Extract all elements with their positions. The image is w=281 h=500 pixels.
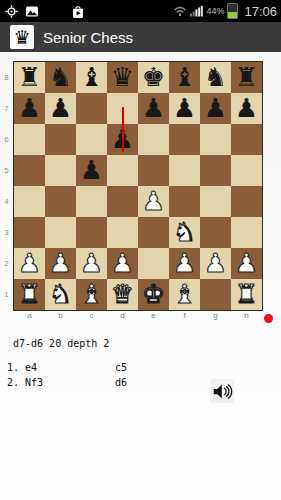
square-h5[interactable] (231, 155, 262, 186)
square-f7[interactable]: ♟ (169, 93, 200, 124)
square-c1[interactable]: ♝ (76, 279, 107, 310)
piece-black-pawn: ♟ (49, 93, 72, 124)
white-move: e4 (25, 362, 37, 373)
piece-white-pawn: ♟ (173, 248, 196, 279)
rank-label-4: 4 (0, 186, 13, 217)
square-a6[interactable] (14, 124, 45, 155)
square-d8[interactable]: ♛ (107, 62, 138, 93)
status-clock: 17:06 (244, 4, 277, 19)
square-d3[interactable] (107, 217, 138, 248)
white-move: Nf3 (25, 377, 43, 388)
file-label-g: g (200, 311, 231, 320)
file-label-f: f (169, 311, 200, 320)
status-bar: 44% 17:06 (0, 0, 281, 22)
square-e5[interactable] (138, 155, 169, 186)
piece-black-bishop: ♝ (80, 62, 103, 93)
square-b1[interactable]: ♞ (45, 279, 76, 310)
square-h2[interactable]: ♟ (231, 248, 262, 279)
file-label-a: a (14, 311, 45, 320)
piece-black-pawn: ♟ (80, 155, 103, 186)
engine-info-line: d7-d6 20 depth 2 (13, 338, 109, 349)
play-store-icon (72, 5, 84, 18)
file-label-e: e (138, 311, 169, 320)
app-bar: ♛ Senior Chess (0, 22, 281, 52)
rank-label-6: 6 (0, 124, 13, 155)
square-f2[interactable]: ♟ (169, 248, 200, 279)
piece-black-pawn: ♟ (235, 93, 258, 124)
square-e8[interactable]: ♚ (138, 62, 169, 93)
file-label-c: c (76, 311, 107, 320)
square-f8[interactable]: ♝ (169, 62, 200, 93)
square-h8[interactable]: ♜ (231, 62, 262, 93)
square-d4[interactable] (107, 186, 138, 217)
square-c6[interactable] (76, 124, 107, 155)
piece-white-rook: ♜ (235, 279, 258, 310)
piece-black-pawn: ♟ (142, 93, 165, 124)
file-labels: abcdefgh (14, 311, 262, 320)
square-a1[interactable]: ♜ (14, 279, 45, 310)
square-b3[interactable] (45, 217, 76, 248)
piece-white-bishop: ♝ (80, 279, 103, 310)
piece-black-queen: ♛ (111, 62, 134, 93)
rank-label-3: 3 (0, 217, 13, 248)
piece-black-king: ♚ (142, 62, 165, 93)
piece-black-knight: ♞ (204, 62, 227, 93)
square-h4[interactable] (231, 186, 262, 217)
piece-black-pawn: ♟ (173, 93, 196, 124)
square-f4[interactable] (169, 186, 200, 217)
square-d1[interactable]: ♛ (107, 279, 138, 310)
piece-black-pawn: ♟ (18, 93, 41, 124)
square-h6[interactable] (231, 124, 262, 155)
file-label-d: d (107, 311, 138, 320)
battery-percent: 44% (206, 6, 224, 16)
piece-white-pawn: ♟ (80, 248, 103, 279)
square-a4[interactable] (14, 186, 45, 217)
square-a2[interactable]: ♟ (14, 248, 45, 279)
square-g7[interactable]: ♟ (200, 93, 231, 124)
square-d2[interactable]: ♟ (107, 248, 138, 279)
black-move: c5 (115, 362, 127, 373)
square-b2[interactable]: ♟ (45, 248, 76, 279)
square-g3[interactable] (200, 217, 231, 248)
piece-white-knight: ♞ (173, 217, 196, 248)
wifi-icon (173, 5, 187, 17)
square-g6[interactable] (200, 124, 231, 155)
square-f6[interactable] (169, 124, 200, 155)
square-h7[interactable]: ♟ (231, 93, 262, 124)
piece-white-queen: ♛ (111, 279, 134, 310)
gallery-icon (25, 6, 39, 17)
piece-white-pawn: ♟ (142, 186, 165, 217)
phone-screen: 44% 17:06 ♛ Senior Chess 87654321 ♜♞♝♛♚♝… (0, 0, 281, 500)
square-f3[interactable]: ♞ (169, 217, 200, 248)
piece-black-pawn: ♟ (204, 93, 227, 124)
file-label-h: h (231, 311, 262, 320)
piece-white-pawn: ♟ (111, 248, 134, 279)
square-a8[interactable]: ♜ (14, 62, 45, 93)
square-a3[interactable] (14, 217, 45, 248)
piece-black-rook: ♜ (18, 62, 41, 93)
square-g1[interactable] (200, 279, 231, 310)
move-number: 2. (7, 377, 19, 388)
square-b7[interactable]: ♟ (45, 93, 76, 124)
square-c3[interactable] (76, 217, 107, 248)
piece-white-pawn: ♟ (49, 248, 72, 279)
rank-label-5: 5 (0, 155, 13, 186)
piece-white-rook: ♜ (18, 279, 41, 310)
square-e1[interactable]: ♚ (138, 279, 169, 310)
square-c5[interactable]: ♟ (76, 155, 107, 186)
square-g2[interactable]: ♟ (200, 248, 231, 279)
piece-white-king: ♚ (142, 279, 165, 310)
move-number: 1. (7, 362, 19, 373)
signal-icon (190, 5, 203, 17)
black-move: d6 (115, 377, 127, 388)
square-h1[interactable]: ♜ (231, 279, 262, 310)
square-e4[interactable]: ♟ (138, 186, 169, 217)
app-queen-crown-icon: ♛ (10, 25, 34, 49)
square-e3[interactable] (138, 217, 169, 248)
square-c2[interactable]: ♟ (76, 248, 107, 279)
sound-toggle-button[interactable] (210, 379, 234, 403)
piece-white-knight: ♞ (49, 279, 72, 310)
piece-white-pawn: ♟ (204, 248, 227, 279)
square-e2[interactable] (138, 248, 169, 279)
square-b4[interactable] (45, 186, 76, 217)
square-c4[interactable] (76, 186, 107, 217)
move-row-2: 2. Nf3 d6 (0, 377, 281, 390)
move-row-1: 1. e4 c5 (0, 362, 281, 375)
square-g4[interactable] (200, 186, 231, 217)
piece-black-rook: ♜ (235, 62, 258, 93)
rank-label-2: 2 (0, 248, 13, 279)
square-f5[interactable] (169, 155, 200, 186)
square-e7[interactable]: ♟ (138, 93, 169, 124)
square-e6[interactable] (138, 124, 169, 155)
square-h3[interactable] (231, 217, 262, 248)
piece-white-pawn: ♟ (235, 248, 258, 279)
square-g8[interactable]: ♞ (200, 62, 231, 93)
square-b6[interactable] (45, 124, 76, 155)
rank-label-8: 8 (0, 62, 13, 93)
battery-icon (227, 3, 238, 19)
piece-white-pawn: ♟ (18, 248, 41, 279)
piece-black-bishop: ♝ (173, 62, 196, 93)
piece-white-bishop: ♝ (173, 279, 196, 310)
square-f1[interactable]: ♝ (169, 279, 200, 310)
file-label-b: b (45, 311, 76, 320)
square-g5[interactable] (200, 155, 231, 186)
chess-board[interactable]: ♜♞♝♛♚♝♞♜♟♟♟♟♟♟♟♟♟♞♟♟♟♟♟♟♟♜♞♝♛♚♝♜ (14, 62, 262, 310)
app-title: Senior Chess (43, 29, 133, 46)
rank-labels: 87654321 (0, 62, 13, 310)
rank-label-1: 1 (0, 279, 13, 310)
square-b8[interactable]: ♞ (45, 62, 76, 93)
square-a5[interactable] (14, 155, 45, 186)
engine-thinking-dot (264, 314, 273, 323)
piece-black-knight: ♞ (49, 62, 72, 93)
rank-label-7: 7 (0, 93, 13, 124)
location-icon (5, 5, 18, 18)
speaker-icon (212, 382, 233, 401)
square-c8[interactable]: ♝ (76, 62, 107, 93)
square-d5[interactable] (107, 155, 138, 186)
square-a7[interactable]: ♟ (14, 93, 45, 124)
square-c7[interactable] (76, 93, 107, 124)
last-move-arrow (122, 107, 124, 152)
square-b5[interactable] (45, 155, 76, 186)
